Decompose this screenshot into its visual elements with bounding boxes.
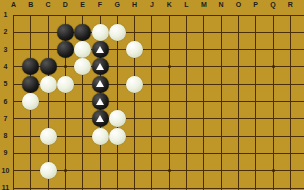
- column-label: H: [129, 1, 141, 9]
- grid-line: [13, 136, 304, 137]
- black-stone-B4[interactable]: [22, 58, 39, 75]
- grid-line: [255, 15, 256, 190]
- column-label: B: [25, 1, 37, 9]
- triangle-marker: [96, 98, 104, 105]
- grid-line: [221, 15, 222, 190]
- grid-line: [203, 15, 204, 190]
- white-stone-F8[interactable]: [92, 128, 109, 145]
- white-stone-E3[interactable]: [74, 41, 91, 58]
- column-label: K: [163, 1, 175, 9]
- black-stone-F4[interactable]: [92, 58, 109, 75]
- triangle-marker: [96, 80, 104, 87]
- white-stone-C5[interactable]: [40, 76, 57, 93]
- grid-line: [186, 15, 187, 190]
- grid-line: [273, 15, 274, 190]
- column-label: R: [284, 1, 296, 9]
- grid-line: [13, 101, 304, 102]
- column-label: F: [94, 1, 106, 9]
- column-label: O: [232, 1, 244, 9]
- row-label: 10: [0, 167, 12, 175]
- column-label: A: [8, 1, 20, 9]
- black-stone-E2[interactable]: [74, 24, 91, 41]
- grid-line: [290, 15, 291, 190]
- triangle-marker: [96, 115, 104, 122]
- row-label: 7: [0, 115, 12, 123]
- row-label: 9: [0, 149, 12, 157]
- white-stone-G7[interactable]: [109, 110, 126, 127]
- row-label: 4: [0, 63, 12, 71]
- column-label: C: [42, 1, 54, 9]
- grid-line: [13, 188, 304, 189]
- grid-line: [13, 170, 304, 171]
- white-stone-E4[interactable]: [74, 58, 91, 75]
- grid-line: [169, 15, 170, 190]
- column-label: E: [77, 1, 89, 9]
- white-stone-C10[interactable]: [40, 162, 57, 179]
- black-stone-F3[interactable]: [92, 41, 109, 58]
- star-point: [64, 169, 67, 172]
- white-stone-H3[interactable]: [126, 41, 143, 58]
- grid-line: [13, 15, 14, 190]
- row-label: 1: [0, 11, 12, 19]
- row-label: 5: [0, 80, 12, 88]
- grid-line: [238, 15, 239, 190]
- black-stone-D2[interactable]: [57, 24, 74, 41]
- black-stone-F6[interactable]: [92, 93, 109, 110]
- star-point: [168, 169, 171, 172]
- grid-line: [117, 15, 118, 190]
- white-stone-H5[interactable]: [126, 76, 143, 93]
- go-app-screen: ABCDEFGHJKLMNOPQR1234567891011: [0, 0, 304, 190]
- row-label: 11: [0, 184, 12, 190]
- grid-line: [13, 15, 304, 16]
- star-point: [272, 169, 275, 172]
- black-stone-D3[interactable]: [57, 41, 74, 58]
- black-stone-B5[interactable]: [22, 76, 39, 93]
- black-stone-F7[interactable]: [92, 110, 109, 127]
- white-stone-C8[interactable]: [40, 128, 57, 145]
- grid-line: [151, 15, 152, 190]
- column-label: G: [111, 1, 123, 9]
- row-label: 3: [0, 46, 12, 54]
- grid-line: [13, 153, 304, 154]
- black-stone-C4[interactable]: [40, 58, 57, 75]
- white-stone-F2[interactable]: [92, 24, 109, 41]
- star-point: [168, 65, 171, 68]
- triangle-marker: [96, 63, 104, 70]
- column-label: M: [198, 1, 210, 9]
- column-label: L: [181, 1, 193, 9]
- row-label: 6: [0, 98, 12, 106]
- white-stone-G2[interactable]: [109, 24, 126, 41]
- white-stone-G8[interactable]: [109, 128, 126, 145]
- white-stone-B6[interactable]: [22, 93, 39, 110]
- column-label: Q: [267, 1, 279, 9]
- row-label: 2: [0, 28, 12, 36]
- column-label: N: [215, 1, 227, 9]
- row-label: 8: [0, 132, 12, 140]
- go-board[interactable]: ABCDEFGHJKLMNOPQR1234567891011: [0, 0, 304, 190]
- column-label: J: [146, 1, 158, 9]
- white-stone-D5[interactable]: [57, 76, 74, 93]
- grid-line: [13, 118, 304, 119]
- column-label: D: [59, 1, 71, 9]
- grid-line: [13, 66, 304, 67]
- column-label: P: [250, 1, 262, 9]
- black-stone-F5[interactable]: [92, 76, 109, 93]
- triangle-marker: [96, 46, 104, 53]
- star-point: [64, 65, 67, 68]
